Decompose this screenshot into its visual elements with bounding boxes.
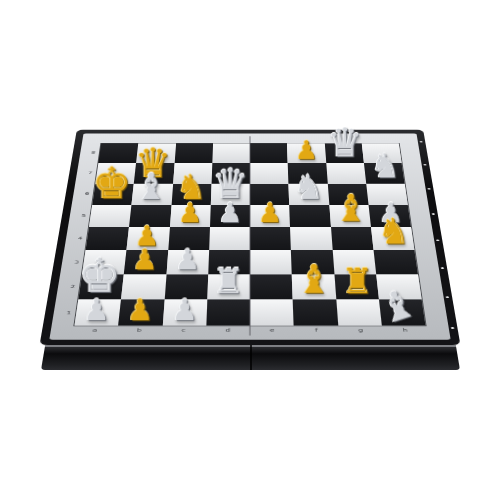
- square-c7[interactable]: [173, 163, 212, 183]
- square-g1[interactable]: [336, 299, 382, 325]
- square-b5[interactable]: [129, 205, 171, 227]
- square-h8[interactable]: [362, 143, 402, 163]
- file-label-a: a: [72, 328, 117, 333]
- square-f1[interactable]: [293, 299, 338, 325]
- square-d5[interactable]: ♟: [210, 205, 250, 227]
- hinge-pin-dot: [432, 213, 435, 215]
- hinge-pin-dot: [451, 327, 455, 329]
- square-d2[interactable]: ♜: [207, 274, 250, 299]
- square-c1[interactable]: ♟: [162, 299, 207, 325]
- rank-label-8: 8: [90, 143, 97, 163]
- square-h6[interactable]: [366, 184, 408, 205]
- rank-label-6: 6: [83, 183, 91, 204]
- chess-set-photo: ♟♛♛♞♚♝♞♛♞♟♟♟♝♟♟♞♟♟♚♜♝♜♟♟♟♝ abcdefgh 8765…: [0, 0, 500, 500]
- square-c5[interactable]: ♟: [170, 205, 211, 227]
- front-fold-seam: [250, 345, 252, 370]
- gold-pawn[interactable]: ♟: [178, 200, 202, 226]
- rank-label-3: 3: [72, 250, 80, 274]
- square-c3[interactable]: ♟: [166, 250, 209, 274]
- square-e5[interactable]: ♟: [250, 205, 290, 227]
- square-b4[interactable]: ♟: [127, 227, 170, 250]
- gold-pawn[interactable]: ♟: [295, 138, 318, 162]
- board-frame: ♟♛♛♞♚♝♞♛♞♟♟♟♝♟♟♞♟♟♚♜♝♜♟♟♟♝ abcdefgh 8765…: [40, 130, 461, 346]
- square-e6[interactable]: [250, 184, 289, 205]
- silver-knight[interactable]: ♞: [294, 171, 325, 204]
- rank-label-2: 2: [68, 274, 77, 299]
- rank-label-5: 5: [80, 205, 88, 227]
- square-f2[interactable]: ♝: [292, 274, 336, 299]
- square-a7[interactable]: [95, 163, 136, 183]
- square-g2[interactable]: ♜: [334, 274, 379, 299]
- square-b6[interactable]: ♝: [132, 184, 173, 205]
- gold-rook[interactable]: ♜: [341, 265, 373, 298]
- square-c4[interactable]: [168, 227, 210, 250]
- square-f8[interactable]: ♟: [287, 143, 326, 163]
- square-a5[interactable]: [89, 205, 132, 227]
- hinge-pin-dot: [441, 267, 444, 269]
- square-h3[interactable]: [373, 250, 418, 274]
- square-a4[interactable]: [86, 227, 130, 250]
- square-d8[interactable]: [212, 143, 250, 163]
- square-b2[interactable]: [121, 274, 166, 299]
- square-g5[interactable]: ♝: [329, 205, 371, 227]
- square-d6[interactable]: ♛: [211, 184, 250, 205]
- hinge-pin-dot: [436, 240, 439, 242]
- silver-rook[interactable]: ♜: [213, 265, 245, 298]
- file-label-d: d: [206, 328, 250, 333]
- square-f3[interactable]: [291, 250, 334, 274]
- silver-pawn[interactable]: ♟: [171, 296, 197, 324]
- file-label-f: f: [294, 328, 339, 333]
- square-e4[interactable]: [250, 227, 291, 250]
- square-b3[interactable]: ♟: [124, 250, 168, 274]
- silver-pawn[interactable]: ♟: [83, 296, 109, 324]
- square-h4[interactable]: ♞: [371, 227, 415, 250]
- square-g8[interactable]: ♛: [324, 143, 363, 163]
- chess-board: ♟♛♛♞♚♝♞♛♞♟♟♟♝♟♟♞♟♟♚♜♝♜♟♟♟♝ abcdefgh 8765…: [40, 130, 461, 346]
- file-label-c: c: [161, 328, 206, 333]
- square-a2[interactable]: ♚: [78, 274, 124, 299]
- hinge-pin-dot: [423, 164, 426, 165]
- square-h2[interactable]: [376, 274, 422, 299]
- board-grid: ♟♛♛♞♚♝♞♛♞♟♟♟♝♟♟♞♟♟♚♜♝♜♟♟♟♝: [73, 143, 426, 326]
- gold-pawn[interactable]: ♟: [258, 200, 282, 226]
- square-e8[interactable]: [250, 143, 288, 163]
- square-g4[interactable]: [331, 227, 374, 250]
- square-b1[interactable]: ♟: [118, 299, 164, 325]
- gold-pawn[interactable]: ♟: [127, 296, 153, 324]
- square-f5[interactable]: [289, 205, 330, 227]
- square-a3[interactable]: [82, 250, 127, 274]
- square-g7[interactable]: [326, 163, 366, 183]
- hinge-pin-dot: [420, 141, 423, 142]
- silver-pawn[interactable]: ♟: [379, 200, 403, 226]
- square-e2[interactable]: [250, 274, 293, 299]
- square-g3[interactable]: [332, 250, 376, 274]
- square-e1[interactable]: [250, 299, 294, 325]
- board-margin: ♟♛♛♞♚♝♞♛♞♟♟♟♝♟♟♞♟♟♚♜♝♜♟♟♟♝ abcdefgh 8765…: [49, 133, 450, 339]
- square-e3[interactable]: [250, 250, 292, 274]
- rank-label-7: 7: [87, 163, 94, 184]
- square-b8[interactable]: [136, 143, 175, 163]
- gold-pawn[interactable]: ♟: [133, 246, 158, 273]
- silver-pawn[interactable]: ♟: [218, 200, 242, 226]
- file-label-g: g: [338, 328, 383, 333]
- hinge-pin-dot: [427, 188, 430, 190]
- square-a6[interactable]: ♚: [92, 184, 134, 205]
- file-label-b: b: [117, 328, 162, 333]
- board-front-edge: [41, 345, 460, 370]
- file-label-h: h: [383, 328, 428, 333]
- rank-label-4: 4: [76, 227, 84, 250]
- square-c2[interactable]: [164, 274, 208, 299]
- square-e7[interactable]: [250, 163, 289, 183]
- file-labels: abcdefgh: [72, 326, 428, 334]
- gold-knight[interactable]: ♞: [176, 171, 207, 204]
- square-h7[interactable]: ♞: [364, 163, 405, 183]
- gold-king[interactable]: ♚: [93, 163, 132, 204]
- square-d4[interactable]: [209, 227, 250, 250]
- square-f6[interactable]: ♞: [289, 184, 329, 205]
- square-h1[interactable]: ♝: [379, 299, 426, 325]
- square-d1[interactable]: [206, 299, 250, 325]
- silver-bishop[interactable]: ♝: [374, 282, 420, 330]
- silver-pawn[interactable]: ♟: [174, 246, 199, 273]
- gold-pawn[interactable]: ♟: [135, 223, 160, 249]
- square-g6[interactable]: [327, 184, 368, 205]
- square-f7[interactable]: [288, 163, 327, 183]
- rank-label-1: 1: [64, 300, 73, 326]
- square-a1[interactable]: ♟: [75, 299, 122, 325]
- hinge-pin-dot: [446, 296, 450, 298]
- silver-queen[interactable]: ♛: [327, 125, 362, 163]
- file-label-e: e: [250, 328, 294, 333]
- square-c6[interactable]: ♞: [171, 184, 211, 205]
- square-h5[interactable]: ♟: [368, 205, 411, 227]
- square-d3[interactable]: [208, 250, 250, 274]
- square-b7[interactable]: ♛: [134, 163, 174, 183]
- square-c8[interactable]: [174, 143, 213, 163]
- square-a8[interactable]: [98, 143, 138, 163]
- square-f4[interactable]: [290, 227, 332, 250]
- square-d7[interactable]: [211, 163, 250, 183]
